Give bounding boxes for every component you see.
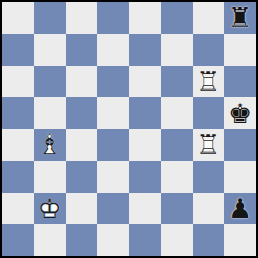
square-c4[interactable]	[66, 129, 98, 161]
black-king-glyph: ♚	[224, 97, 256, 129]
square-a8[interactable]	[2, 2, 34, 34]
square-b2[interactable]: ♚♔	[34, 193, 66, 225]
white-bishop-outline-glyph: ♗	[34, 129, 66, 161]
square-c2[interactable]	[66, 193, 98, 225]
square-f3[interactable]	[161, 161, 193, 193]
square-f1[interactable]	[161, 224, 193, 256]
square-a3[interactable]	[2, 161, 34, 193]
square-e2[interactable]	[129, 193, 161, 225]
square-g3[interactable]	[193, 161, 225, 193]
white-rook-outline-glyph: ♖	[193, 66, 225, 98]
square-e3[interactable]	[129, 161, 161, 193]
square-f8[interactable]	[161, 2, 193, 34]
piece-white-king[interactable]: ♚♔	[34, 193, 66, 225]
square-f2[interactable]	[161, 193, 193, 225]
square-f6[interactable]	[161, 66, 193, 98]
square-b4[interactable]: ♝♗	[34, 129, 66, 161]
square-d2[interactable]	[97, 193, 129, 225]
square-a5[interactable]	[2, 97, 34, 129]
square-e5[interactable]	[129, 97, 161, 129]
square-e4[interactable]	[129, 129, 161, 161]
square-e8[interactable]	[129, 2, 161, 34]
square-c1[interactable]	[66, 224, 98, 256]
square-d8[interactable]	[97, 2, 129, 34]
square-d3[interactable]	[97, 161, 129, 193]
square-e1[interactable]	[129, 224, 161, 256]
square-b6[interactable]	[34, 66, 66, 98]
square-g6[interactable]: ♜♖	[193, 66, 225, 98]
piece-black-pawn[interactable]: ♟	[224, 193, 256, 225]
square-g4[interactable]: ♜♖	[193, 129, 225, 161]
square-d4[interactable]	[97, 129, 129, 161]
square-d7[interactable]	[97, 34, 129, 66]
square-h6[interactable]	[224, 66, 256, 98]
square-d6[interactable]	[97, 66, 129, 98]
white-rook-outline-glyph: ♖	[193, 129, 225, 161]
chess-board: ♜♜♖♚♝♗♜♖♚♔♟	[0, 0, 258, 258]
square-f4[interactable]	[161, 129, 193, 161]
square-h8[interactable]: ♜	[224, 2, 256, 34]
piece-black-king[interactable]: ♚	[224, 97, 256, 129]
square-a2[interactable]	[2, 193, 34, 225]
square-d1[interactable]	[97, 224, 129, 256]
square-a6[interactable]	[2, 66, 34, 98]
square-c7[interactable]	[66, 34, 98, 66]
square-g1[interactable]	[193, 224, 225, 256]
black-pawn-glyph: ♟	[224, 193, 256, 225]
piece-black-rook[interactable]: ♜	[224, 2, 256, 34]
square-g8[interactable]	[193, 2, 225, 34]
square-c6[interactable]	[66, 66, 98, 98]
square-h2[interactable]: ♟	[224, 193, 256, 225]
square-b8[interactable]	[34, 2, 66, 34]
square-h5[interactable]: ♚	[224, 97, 256, 129]
square-g5[interactable]	[193, 97, 225, 129]
square-c8[interactable]	[66, 2, 98, 34]
black-rook-glyph: ♜	[224, 2, 256, 34]
square-b5[interactable]	[34, 97, 66, 129]
piece-white-bishop[interactable]: ♝♗	[34, 129, 66, 161]
square-h3[interactable]	[224, 161, 256, 193]
square-d5[interactable]	[97, 97, 129, 129]
square-c3[interactable]	[66, 161, 98, 193]
square-a4[interactable]	[2, 129, 34, 161]
square-g2[interactable]	[193, 193, 225, 225]
square-a7[interactable]	[2, 34, 34, 66]
square-h1[interactable]	[224, 224, 256, 256]
square-f5[interactable]	[161, 97, 193, 129]
square-b1[interactable]	[34, 224, 66, 256]
square-a1[interactable]	[2, 224, 34, 256]
square-b7[interactable]	[34, 34, 66, 66]
square-g7[interactable]	[193, 34, 225, 66]
square-h4[interactable]	[224, 129, 256, 161]
white-king-outline-glyph: ♔	[34, 193, 66, 225]
square-h7[interactable]	[224, 34, 256, 66]
square-e7[interactable]	[129, 34, 161, 66]
square-e6[interactable]	[129, 66, 161, 98]
square-f7[interactable]	[161, 34, 193, 66]
square-c5[interactable]	[66, 97, 98, 129]
piece-white-rook[interactable]: ♜♖	[193, 66, 225, 98]
piece-white-rook[interactable]: ♜♖	[193, 129, 225, 161]
square-b3[interactable]	[34, 161, 66, 193]
